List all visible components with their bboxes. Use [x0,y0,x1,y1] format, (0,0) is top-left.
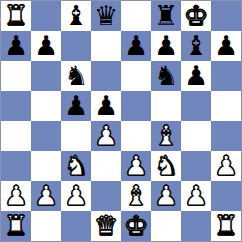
square-h6[interactable] [211,61,241,91]
square-b3[interactable] [31,151,61,181]
square-b8[interactable] [31,1,61,31]
square-f1[interactable] [151,211,181,241]
square-f6[interactable]: ♞ [151,61,181,91]
square-b7[interactable]: ♟ [31,31,61,61]
square-h5[interactable] [211,91,241,121]
square-c2[interactable]: ♟ [61,181,91,211]
square-c4[interactable] [61,121,91,151]
chess-board-container: ♜♝♛♜♚♟♟♟♟♝♟♞♞♟♟♟♟♝♞♟♞♟♟♟♟♝♟♟♜♛♚♜ [0,0,242,242]
white-knight[interactable]: ♞ [64,152,88,179]
square-g7[interactable]: ♝ [181,31,211,61]
square-e2[interactable]: ♝ [121,181,151,211]
square-a6[interactable] [1,61,31,91]
square-f3[interactable]: ♞ [151,151,181,181]
white-king[interactable]: ♚ [124,212,148,239]
square-h7[interactable]: ♟ [211,31,241,61]
black-pawn[interactable]: ♟ [184,62,208,89]
square-b1[interactable] [31,211,61,241]
square-g8[interactable]: ♚ [181,1,211,31]
white-bishop[interactable]: ♝ [154,122,178,149]
square-g5[interactable] [181,91,211,121]
white-pawn[interactable]: ♟ [64,182,88,209]
square-a3[interactable] [1,151,31,181]
square-d6[interactable] [91,61,121,91]
square-e3[interactable]: ♟ [121,151,151,181]
black-knight[interactable]: ♞ [64,62,88,89]
square-a5[interactable] [1,91,31,121]
black-knight[interactable]: ♞ [154,62,178,89]
square-g6[interactable]: ♟ [181,61,211,91]
square-e7[interactable]: ♟ [121,31,151,61]
black-rook[interactable]: ♜ [154,2,178,29]
square-b4[interactable] [31,121,61,151]
square-d7[interactable] [91,31,121,61]
square-a7[interactable]: ♟ [1,31,31,61]
square-c6[interactable]: ♞ [61,61,91,91]
square-b6[interactable] [31,61,61,91]
square-c3[interactable]: ♞ [61,151,91,181]
square-d1[interactable]: ♛ [91,211,121,241]
square-h2[interactable] [211,181,241,211]
black-pawn[interactable]: ♟ [94,92,118,119]
white-pawn[interactable]: ♟ [214,152,238,179]
black-pawn[interactable]: ♟ [124,32,148,59]
white-rook[interactable]: ♜ [4,2,28,29]
square-f4[interactable]: ♝ [151,121,181,151]
white-knight[interactable]: ♞ [154,152,178,179]
square-c8[interactable]: ♝ [61,1,91,31]
white-rook[interactable]: ♜ [4,212,28,239]
black-queen[interactable]: ♛ [94,2,118,29]
white-pawn[interactable]: ♟ [94,122,118,149]
black-pawn[interactable]: ♟ [34,32,58,59]
black-pawn[interactable]: ♟ [4,32,28,59]
black-pawn[interactable]: ♟ [64,92,88,119]
white-pawn[interactable]: ♟ [4,182,28,209]
square-g4[interactable] [181,121,211,151]
white-king[interactable]: ♚ [184,2,208,29]
square-f8[interactable]: ♜ [151,1,181,31]
square-g1[interactable] [181,211,211,241]
square-d2[interactable] [91,181,121,211]
white-rook[interactable]: ♜ [214,212,238,239]
square-e8[interactable] [121,1,151,31]
square-a4[interactable] [1,121,31,151]
square-e5[interactable] [121,91,151,121]
square-c1[interactable] [61,211,91,241]
square-a2[interactable]: ♟ [1,181,31,211]
square-c7[interactable] [61,31,91,61]
square-d8[interactable]: ♛ [91,1,121,31]
square-h1[interactable]: ♜ [211,211,241,241]
square-b5[interactable] [31,91,61,121]
square-h4[interactable] [211,121,241,151]
black-pawn[interactable]: ♟ [154,32,178,59]
square-b2[interactable]: ♟ [31,181,61,211]
square-h8[interactable] [211,1,241,31]
square-a8[interactable]: ♜ [1,1,31,31]
square-d5[interactable]: ♟ [91,91,121,121]
white-bishop[interactable]: ♝ [124,182,148,209]
square-e1[interactable]: ♚ [121,211,151,241]
square-g3[interactable] [181,151,211,181]
square-f7[interactable]: ♟ [151,31,181,61]
black-bishop[interactable]: ♝ [64,2,88,29]
white-pawn[interactable]: ♟ [34,182,58,209]
square-h3[interactable]: ♟ [211,151,241,181]
square-g2[interactable]: ♟ [181,181,211,211]
white-pawn[interactable]: ♟ [124,152,148,179]
square-d4[interactable]: ♟ [91,121,121,151]
square-c5[interactable]: ♟ [61,91,91,121]
black-bishop[interactable]: ♝ [184,32,208,59]
square-e4[interactable] [121,121,151,151]
chess-board: ♜♝♛♜♚♟♟♟♟♝♟♞♞♟♟♟♟♝♞♟♞♟♟♟♟♝♟♟♜♛♚♜ [0,0,242,242]
white-pawn[interactable]: ♟ [184,182,208,209]
white-queen[interactable]: ♛ [94,212,118,239]
square-e6[interactable] [121,61,151,91]
square-f2[interactable]: ♟ [151,181,181,211]
square-f5[interactable] [151,91,181,121]
square-a1[interactable]: ♜ [1,211,31,241]
white-pawn[interactable]: ♟ [154,182,178,209]
square-d3[interactable] [91,151,121,181]
black-pawn[interactable]: ♟ [214,32,238,59]
